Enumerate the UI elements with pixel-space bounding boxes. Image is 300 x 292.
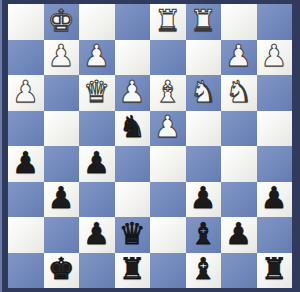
square-g2[interactable]: ♟ (221, 217, 257, 253)
square-b7[interactable]: ♟ (44, 40, 80, 76)
white-pawn-e5[interactable]: ♟ (154, 112, 181, 142)
square-h2[interactable] (257, 217, 293, 253)
square-g7[interactable]: ♟ (221, 40, 257, 76)
square-e2[interactable] (150, 217, 186, 253)
square-g5[interactable] (221, 111, 257, 147)
square-b2[interactable] (44, 217, 80, 253)
square-d3[interactable] (115, 182, 151, 218)
white-bishop-e6[interactable]: ♝ (154, 77, 181, 107)
square-d4[interactable] (115, 146, 151, 182)
black-rook-d1[interactable]: ♜ (119, 254, 146, 284)
chess-board: ♚♜♜♟♟♟♟♟♛♟♝♞♞♞♟♟♟♟♟♟♟♛♝♟♚♜♝♜ (8, 4, 292, 288)
white-pawn-b7[interactable]: ♟ (48, 41, 75, 71)
square-e7[interactable] (150, 40, 186, 76)
square-d5[interactable]: ♞ (115, 111, 151, 147)
black-bishop-f2[interactable]: ♝ (190, 219, 217, 249)
square-e6[interactable]: ♝ (150, 75, 186, 111)
square-c1[interactable] (79, 253, 115, 289)
square-f6[interactable]: ♞ (186, 75, 222, 111)
square-b5[interactable] (44, 111, 80, 147)
square-a1[interactable] (8, 253, 44, 289)
square-e8[interactable]: ♜ (150, 4, 186, 40)
white-king-b8[interactable]: ♚ (48, 6, 75, 36)
square-a5[interactable] (8, 111, 44, 147)
white-pawn-h7[interactable]: ♟ (261, 41, 288, 71)
square-c7[interactable]: ♟ (79, 40, 115, 76)
white-knight-f6[interactable]: ♞ (190, 77, 217, 107)
square-g3[interactable] (221, 182, 257, 218)
square-f7[interactable] (186, 40, 222, 76)
square-g6[interactable]: ♞ (221, 75, 257, 111)
square-f1[interactable]: ♝ (186, 253, 222, 289)
square-c4[interactable]: ♟ (79, 146, 115, 182)
square-f8[interactable]: ♜ (186, 4, 222, 40)
black-rook-h1[interactable]: ♜ (261, 254, 288, 284)
board-frame: ♚♜♜♟♟♟♟♟♛♟♝♞♞♞♟♟♟♟♟♟♟♛♝♟♚♜♝♜ (0, 0, 300, 292)
square-e1[interactable] (150, 253, 186, 289)
square-c8[interactable] (79, 4, 115, 40)
square-e3[interactable] (150, 182, 186, 218)
square-a4[interactable]: ♟ (8, 146, 44, 182)
black-pawn-h3[interactable]: ♟ (261, 183, 288, 213)
white-pawn-g7[interactable]: ♟ (225, 41, 252, 71)
square-b6[interactable] (44, 75, 80, 111)
square-h5[interactable] (257, 111, 293, 147)
square-e4[interactable] (150, 146, 186, 182)
square-d7[interactable] (115, 40, 151, 76)
square-b1[interactable]: ♚ (44, 253, 80, 289)
white-pawn-a6[interactable]: ♟ (12, 77, 39, 107)
square-f4[interactable] (186, 146, 222, 182)
square-d1[interactable]: ♜ (115, 253, 151, 289)
white-knight-g6[interactable]: ♞ (225, 77, 252, 107)
black-queen-d2[interactable]: ♛ (119, 219, 146, 249)
square-c5[interactable] (79, 111, 115, 147)
frame-edge-highlight (0, 0, 2, 292)
white-pawn-d6[interactable]: ♟ (119, 77, 146, 107)
square-h1[interactable]: ♜ (257, 253, 293, 289)
square-g4[interactable] (221, 146, 257, 182)
black-pawn-c2[interactable]: ♟ (83, 219, 110, 249)
square-b8[interactable]: ♚ (44, 4, 80, 40)
square-f5[interactable] (186, 111, 222, 147)
square-b3[interactable]: ♟ (44, 182, 80, 218)
square-f3[interactable]: ♟ (186, 182, 222, 218)
white-rook-e8[interactable]: ♜ (154, 6, 181, 36)
white-rook-f8[interactable]: ♜ (190, 6, 217, 36)
square-a3[interactable] (8, 182, 44, 218)
square-h4[interactable] (257, 146, 293, 182)
square-b4[interactable] (44, 146, 80, 182)
black-bishop-f1[interactable]: ♝ (190, 254, 217, 284)
black-king-b1[interactable]: ♚ (48, 254, 75, 284)
black-pawn-g2[interactable]: ♟ (225, 219, 252, 249)
black-pawn-b3[interactable]: ♟ (48, 183, 75, 213)
square-g1[interactable] (221, 253, 257, 289)
square-f2[interactable]: ♝ (186, 217, 222, 253)
square-d8[interactable] (115, 4, 151, 40)
square-h7[interactable]: ♟ (257, 40, 293, 76)
white-pawn-c7[interactable]: ♟ (83, 41, 110, 71)
square-d6[interactable]: ♟ (115, 75, 151, 111)
black-pawn-c4[interactable]: ♟ (83, 148, 110, 178)
square-d2[interactable]: ♛ (115, 217, 151, 253)
black-pawn-a4[interactable]: ♟ (12, 148, 39, 178)
square-c2[interactable]: ♟ (79, 217, 115, 253)
square-a8[interactable] (8, 4, 44, 40)
square-e5[interactable]: ♟ (150, 111, 186, 147)
square-h3[interactable]: ♟ (257, 182, 293, 218)
square-a7[interactable] (8, 40, 44, 76)
square-c6[interactable]: ♛ (79, 75, 115, 111)
square-a2[interactable] (8, 217, 44, 253)
black-pawn-f3[interactable]: ♟ (190, 183, 217, 213)
square-c3[interactable] (79, 182, 115, 218)
square-a6[interactable]: ♟ (8, 75, 44, 111)
square-g8[interactable] (221, 4, 257, 40)
white-queen-c6[interactable]: ♛ (83, 77, 110, 107)
square-h6[interactable] (257, 75, 293, 111)
black-knight-d5[interactable]: ♞ (119, 112, 146, 142)
square-h8[interactable] (257, 4, 293, 40)
